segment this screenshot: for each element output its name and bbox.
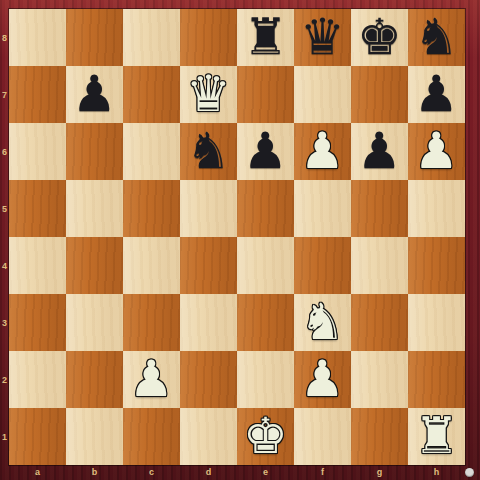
square-e8[interactable]: ♜ [237, 9, 294, 66]
square-g2[interactable] [351, 351, 408, 408]
piece-white-pawn-f2[interactable]: ♟ [300, 354, 345, 404]
file-label-e: e [237, 464, 294, 480]
square-h1[interactable]: ♜ [408, 408, 465, 465]
file-label-g: g [351, 464, 408, 480]
piece-white-king-e1[interactable]: ♚ [243, 411, 288, 461]
square-b5[interactable] [66, 180, 123, 237]
square-d4[interactable] [180, 237, 237, 294]
file-label-f: f [294, 464, 351, 480]
piece-black-pawn-g6[interactable]: ♟ [357, 126, 402, 176]
square-h3[interactable] [408, 294, 465, 351]
piece-white-rook-h1[interactable]: ♜ [414, 411, 459, 461]
rank-label-4: 4 [0, 237, 9, 294]
square-b6[interactable] [66, 123, 123, 180]
square-h5[interactable] [408, 180, 465, 237]
square-c5[interactable] [123, 180, 180, 237]
piece-white-pawn-f6[interactable]: ♟ [300, 126, 345, 176]
piece-white-queen-d7[interactable]: ♛ [186, 69, 231, 119]
square-g7[interactable] [351, 66, 408, 123]
square-a2[interactable] [9, 351, 66, 408]
piece-black-knight-h8[interactable]: ♞ [414, 12, 459, 62]
square-h7[interactable]: ♟ [408, 66, 465, 123]
square-g6[interactable]: ♟ [351, 123, 408, 180]
square-g4[interactable] [351, 237, 408, 294]
square-d7[interactable]: ♛ [180, 66, 237, 123]
rank-label-8: 8 [0, 9, 9, 66]
square-a5[interactable] [9, 180, 66, 237]
square-d5[interactable] [180, 180, 237, 237]
rank-label-3: 3 [0, 294, 9, 351]
rank-label-2: 2 [0, 351, 9, 408]
square-f4[interactable] [294, 237, 351, 294]
square-e4[interactable] [237, 237, 294, 294]
square-g8[interactable]: ♚ [351, 9, 408, 66]
square-f8[interactable]: ♛ [294, 9, 351, 66]
white-to-move-indicator [465, 468, 474, 477]
square-d6[interactable]: ♞ [180, 123, 237, 180]
square-d2[interactable] [180, 351, 237, 408]
piece-black-pawn-b7[interactable]: ♟ [72, 69, 117, 119]
square-e7[interactable] [237, 66, 294, 123]
square-c6[interactable] [123, 123, 180, 180]
file-label-d: d [180, 464, 237, 480]
rank-label-6: 6 [0, 123, 9, 180]
square-c3[interactable] [123, 294, 180, 351]
square-b2[interactable] [66, 351, 123, 408]
piece-black-knight-d6[interactable]: ♞ [186, 126, 231, 176]
rank-labels: 87654321 [0, 9, 9, 465]
file-label-c: c [123, 464, 180, 480]
piece-white-knight-f3[interactable]: ♞ [300, 297, 345, 347]
rank-label-5: 5 [0, 180, 9, 237]
square-b4[interactable] [66, 237, 123, 294]
square-f6[interactable]: ♟ [294, 123, 351, 180]
square-b1[interactable] [66, 408, 123, 465]
square-f5[interactable] [294, 180, 351, 237]
board: ♜♛♚♞♟♛♟♞♟♟♟♟♞♟♟♚♜ [9, 9, 465, 465]
square-e5[interactable] [237, 180, 294, 237]
piece-black-pawn-e6[interactable]: ♟ [243, 126, 288, 176]
file-label-b: b [66, 464, 123, 480]
square-f1[interactable] [294, 408, 351, 465]
square-c7[interactable] [123, 66, 180, 123]
piece-black-pawn-h7[interactable]: ♟ [414, 69, 459, 119]
square-f7[interactable] [294, 66, 351, 123]
square-g5[interactable] [351, 180, 408, 237]
piece-white-pawn-h6[interactable]: ♟ [414, 126, 459, 176]
piece-black-king-g8[interactable]: ♚ [357, 12, 402, 62]
square-a8[interactable] [9, 9, 66, 66]
square-g1[interactable] [351, 408, 408, 465]
file-label-a: a [9, 464, 66, 480]
square-a3[interactable] [9, 294, 66, 351]
board-frame: ♜♛♚♞♟♛♟♞♟♟♟♟♞♟♟♚♜ 87654321 abcdefgh [0, 0, 480, 480]
rank-label-1: 1 [0, 408, 9, 465]
square-e2[interactable] [237, 351, 294, 408]
square-d8[interactable] [180, 9, 237, 66]
square-c4[interactable] [123, 237, 180, 294]
file-label-h: h [408, 464, 465, 480]
square-h4[interactable] [408, 237, 465, 294]
square-b8[interactable] [66, 9, 123, 66]
piece-black-rook-e8[interactable]: ♜ [243, 12, 288, 62]
square-b3[interactable] [66, 294, 123, 351]
square-f3[interactable]: ♞ [294, 294, 351, 351]
piece-black-queen-f8[interactable]: ♛ [300, 12, 345, 62]
square-c8[interactable] [123, 9, 180, 66]
square-b7[interactable]: ♟ [66, 66, 123, 123]
square-g3[interactable] [351, 294, 408, 351]
square-h6[interactable]: ♟ [408, 123, 465, 180]
square-f2[interactable]: ♟ [294, 351, 351, 408]
square-c1[interactable] [123, 408, 180, 465]
square-c2[interactable]: ♟ [123, 351, 180, 408]
square-a7[interactable] [9, 66, 66, 123]
square-d1[interactable] [180, 408, 237, 465]
square-d3[interactable] [180, 294, 237, 351]
piece-white-pawn-c2[interactable]: ♟ [129, 354, 174, 404]
square-e6[interactable]: ♟ [237, 123, 294, 180]
square-e3[interactable] [237, 294, 294, 351]
file-labels: abcdefgh [9, 464, 465, 480]
square-a6[interactable] [9, 123, 66, 180]
rank-label-7: 7 [0, 66, 9, 123]
square-a4[interactable] [9, 237, 66, 294]
square-h2[interactable] [408, 351, 465, 408]
square-h8[interactable]: ♞ [408, 9, 465, 66]
square-a1[interactable] [9, 408, 66, 465]
square-e1[interactable]: ♚ [237, 408, 294, 465]
